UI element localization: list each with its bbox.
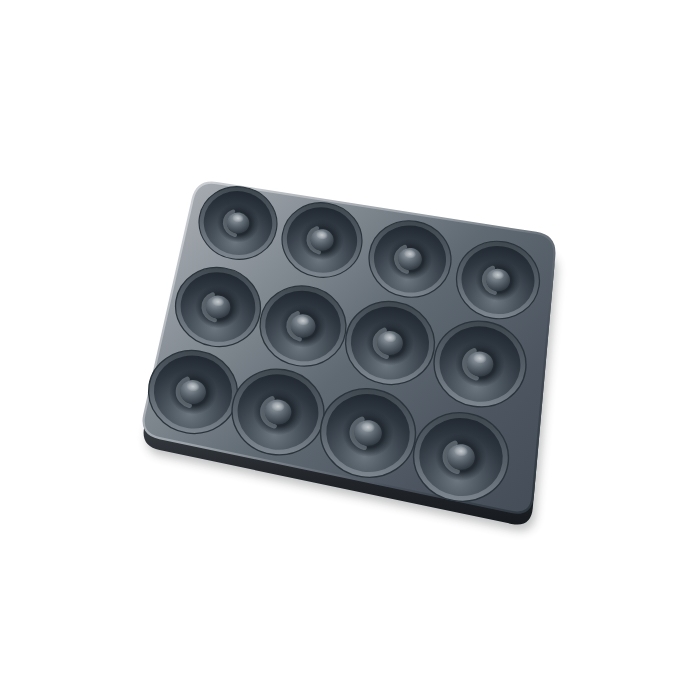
donut-pan-image [0, 0, 700, 700]
product-photo: Non-stick 12-cavity donut baking pan [0, 0, 700, 700]
